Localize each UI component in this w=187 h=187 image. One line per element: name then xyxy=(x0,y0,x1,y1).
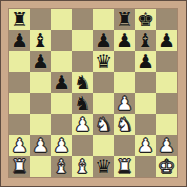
square-g6[interactable]: ♟ xyxy=(135,51,156,72)
piece-white-king[interactable]: ♚ xyxy=(156,156,177,177)
piece-white-pawn[interactable]: ♟ xyxy=(51,135,72,156)
square-b7[interactable]: ♝ xyxy=(30,30,51,51)
piece-white-pawn[interactable]: ♟ xyxy=(72,114,93,135)
square-d1[interactable]: ♝ xyxy=(72,156,93,177)
square-d8[interactable] xyxy=(72,9,93,30)
square-e5[interactable] xyxy=(93,72,114,93)
chessboard: ♜♜♚♟♝♟♟♝♟♟♛♟♟♞♞♟♟♞♞♟♟♟♟♟♜♝♝♛♜♚ xyxy=(9,9,177,177)
piece-white-knight[interactable]: ♞ xyxy=(114,114,135,135)
square-d4[interactable]: ♞ xyxy=(72,93,93,114)
square-a3[interactable] xyxy=(9,114,30,135)
square-g8[interactable]: ♚ xyxy=(135,9,156,30)
square-c1[interactable]: ♝ xyxy=(51,156,72,177)
square-g3[interactable] xyxy=(135,114,156,135)
square-b5[interactable] xyxy=(30,72,51,93)
square-b1[interactable] xyxy=(30,156,51,177)
piece-white-pawn[interactable]: ♟ xyxy=(156,135,177,156)
square-h2[interactable]: ♟ xyxy=(156,135,177,156)
piece-black-rook[interactable]: ♜ xyxy=(114,9,135,30)
square-b4[interactable] xyxy=(30,93,51,114)
square-b3[interactable] xyxy=(30,114,51,135)
square-h5[interactable] xyxy=(156,72,177,93)
square-d7[interactable] xyxy=(72,30,93,51)
square-c6[interactable] xyxy=(51,51,72,72)
square-f8[interactable]: ♜ xyxy=(114,9,135,30)
square-f5[interactable] xyxy=(114,72,135,93)
square-e6[interactable]: ♛ xyxy=(93,51,114,72)
square-c2[interactable]: ♟ xyxy=(51,135,72,156)
chessboard-frame: ♜♜♚♟♝♟♟♝♟♟♛♟♟♞♞♟♟♞♞♟♟♟♟♟♜♝♝♛♜♚ xyxy=(0,0,187,187)
square-h7[interactable]: ♟ xyxy=(156,30,177,51)
square-g5[interactable] xyxy=(135,72,156,93)
square-c4[interactable] xyxy=(51,93,72,114)
piece-black-pawn[interactable]: ♟ xyxy=(135,51,156,72)
square-e2[interactable] xyxy=(93,135,114,156)
square-f3[interactable]: ♞ xyxy=(114,114,135,135)
piece-black-pawn[interactable]: ♟ xyxy=(51,72,72,93)
square-g4[interactable] xyxy=(135,93,156,114)
square-h3[interactable] xyxy=(156,114,177,135)
square-b8[interactable] xyxy=(30,9,51,30)
square-f6[interactable] xyxy=(114,51,135,72)
square-d5[interactable]: ♞ xyxy=(72,72,93,93)
piece-black-pawn[interactable]: ♟ xyxy=(30,51,51,72)
piece-black-rook[interactable]: ♜ xyxy=(9,9,30,30)
square-a5[interactable] xyxy=(9,72,30,93)
square-d6[interactable] xyxy=(72,51,93,72)
piece-white-knight[interactable]: ♞ xyxy=(93,114,114,135)
piece-black-knight[interactable]: ♞ xyxy=(72,72,93,93)
square-d3[interactable]: ♟ xyxy=(72,114,93,135)
square-b2[interactable]: ♟ xyxy=(30,135,51,156)
square-g7[interactable]: ♝ xyxy=(135,30,156,51)
square-a6[interactable] xyxy=(9,51,30,72)
square-c8[interactable] xyxy=(51,9,72,30)
square-a2[interactable]: ♟ xyxy=(9,135,30,156)
square-a8[interactable]: ♜ xyxy=(9,9,30,30)
piece-black-pawn[interactable]: ♟ xyxy=(93,30,114,51)
square-h8[interactable] xyxy=(156,9,177,30)
square-e3[interactable]: ♞ xyxy=(93,114,114,135)
square-f4[interactable]: ♟ xyxy=(114,93,135,114)
piece-white-pawn[interactable]: ♟ xyxy=(9,135,30,156)
piece-black-queen[interactable]: ♛ xyxy=(93,51,114,72)
square-c3[interactable] xyxy=(51,114,72,135)
piece-black-king[interactable]: ♚ xyxy=(135,9,156,30)
piece-white-bishop[interactable]: ♝ xyxy=(72,156,93,177)
square-e7[interactable]: ♟ xyxy=(93,30,114,51)
square-f2[interactable] xyxy=(114,135,135,156)
square-h4[interactable] xyxy=(156,93,177,114)
square-f1[interactable]: ♜ xyxy=(114,156,135,177)
piece-white-rook[interactable]: ♜ xyxy=(9,156,30,177)
piece-black-pawn[interactable]: ♟ xyxy=(9,30,30,51)
square-g1[interactable] xyxy=(135,156,156,177)
piece-white-pawn[interactable]: ♟ xyxy=(135,135,156,156)
square-a1[interactable]: ♜ xyxy=(9,156,30,177)
piece-white-pawn[interactable]: ♟ xyxy=(114,93,135,114)
square-e8[interactable] xyxy=(93,9,114,30)
piece-black-bishop[interactable]: ♝ xyxy=(135,30,156,51)
piece-white-pawn[interactable]: ♟ xyxy=(30,135,51,156)
piece-black-queen[interactable]: ♛ xyxy=(93,156,114,177)
square-e1[interactable]: ♛ xyxy=(93,156,114,177)
square-h6[interactable] xyxy=(156,51,177,72)
square-g2[interactable]: ♟ xyxy=(135,135,156,156)
piece-white-rook[interactable]: ♜ xyxy=(114,156,135,177)
piece-black-knight[interactable]: ♞ xyxy=(72,93,93,114)
square-c7[interactable] xyxy=(51,30,72,51)
square-f7[interactable]: ♟ xyxy=(114,30,135,51)
piece-black-pawn[interactable]: ♟ xyxy=(114,30,135,51)
square-a7[interactable]: ♟ xyxy=(9,30,30,51)
piece-black-pawn[interactable]: ♟ xyxy=(156,30,177,51)
square-b6[interactable]: ♟ xyxy=(30,51,51,72)
piece-white-bishop[interactable]: ♝ xyxy=(51,156,72,177)
square-c5[interactable]: ♟ xyxy=(51,72,72,93)
square-e4[interactable] xyxy=(93,93,114,114)
piece-black-bishop[interactable]: ♝ xyxy=(30,30,51,51)
square-h1[interactable]: ♚ xyxy=(156,156,177,177)
square-a4[interactable] xyxy=(9,93,30,114)
square-d2[interactable] xyxy=(72,135,93,156)
